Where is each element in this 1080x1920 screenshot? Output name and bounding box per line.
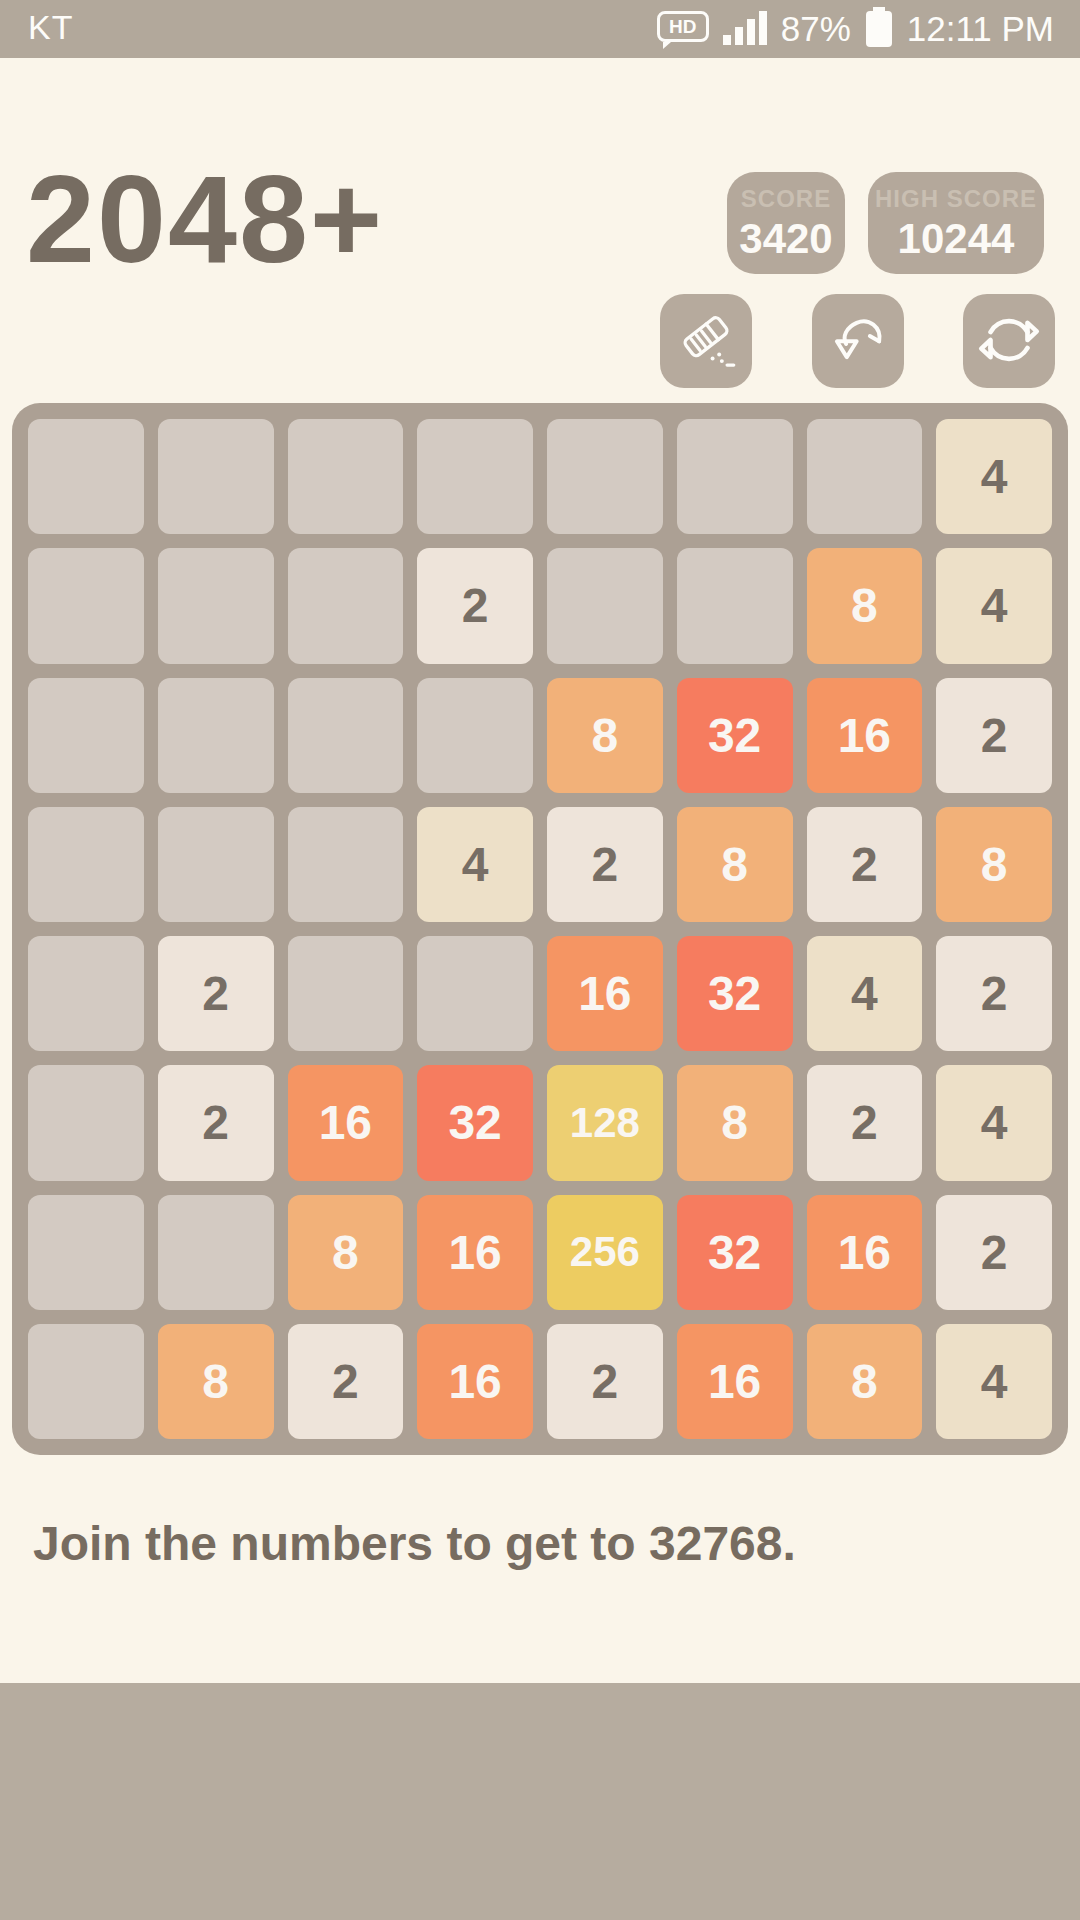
- tile-256: 256: [547, 1195, 663, 1310]
- cell-empty: [417, 419, 533, 534]
- tile-4: 4: [936, 1065, 1052, 1180]
- tile-16: 16: [288, 1065, 404, 1180]
- cell-empty: [288, 807, 404, 922]
- cell-empty: [158, 807, 274, 922]
- cell-empty: [417, 936, 533, 1051]
- cell-empty: [158, 419, 274, 534]
- tile-128: 128: [547, 1065, 663, 1180]
- restart-button[interactable]: [963, 294, 1055, 388]
- tile-2: 2: [936, 936, 1052, 1051]
- cell-empty: [417, 678, 533, 793]
- cell-empty: [158, 678, 274, 793]
- tile-2: 2: [807, 807, 923, 922]
- restart-icon: [976, 307, 1042, 376]
- tile-8: 8: [677, 1065, 793, 1180]
- high-score-value: 10244: [898, 215, 1015, 263]
- cell-empty: [677, 548, 793, 663]
- tile-16: 16: [677, 1324, 793, 1439]
- cell-empty: [288, 678, 404, 793]
- tile-32: 32: [677, 936, 793, 1051]
- tile-4: 4: [807, 936, 923, 1051]
- tile-2: 2: [936, 678, 1052, 793]
- cell-empty: [28, 678, 144, 793]
- tile-4: 4: [936, 419, 1052, 534]
- cell-empty: [28, 419, 144, 534]
- tile-32: 32: [677, 1195, 793, 1310]
- hd-call-icon: HD: [657, 11, 709, 47]
- tile-2: 2: [158, 1065, 274, 1180]
- cell-empty: [288, 548, 404, 663]
- tile-32: 32: [677, 678, 793, 793]
- tile-8: 8: [807, 548, 923, 663]
- status-icons: HD 87% 12:11 PM: [657, 0, 1054, 58]
- tile-32: 32: [417, 1065, 533, 1180]
- score-label: SCORE: [741, 185, 831, 213]
- tile-16: 16: [547, 936, 663, 1051]
- clock-label: 12:11 PM: [907, 9, 1054, 49]
- cell-empty: [677, 419, 793, 534]
- score-box: SCORE 3420: [727, 172, 845, 274]
- signal-strength-icon: [723, 9, 767, 49]
- tile-4: 4: [936, 548, 1052, 663]
- cell-empty: [288, 936, 404, 1051]
- cell-empty: [28, 1195, 144, 1310]
- tile-4: 4: [417, 807, 533, 922]
- undo-icon: [825, 307, 891, 376]
- cell-empty: [28, 807, 144, 922]
- footer-bar: [0, 1683, 1080, 1920]
- tile-4: 4: [936, 1324, 1052, 1439]
- cell-empty: [28, 1324, 144, 1439]
- tile-2: 2: [936, 1195, 1052, 1310]
- eraser-icon: [673, 307, 739, 376]
- page-title: 2048+: [26, 148, 384, 290]
- eraser-button[interactable]: [660, 294, 752, 388]
- instruction-text: Join the numbers to get to 32768.: [33, 1516, 1053, 1571]
- carrier-label: KT: [28, 8, 73, 47]
- tile-8: 8: [807, 1324, 923, 1439]
- cell-empty: [547, 419, 663, 534]
- board-grid[interactable]: 4284832162428282163242216321288248162563…: [12, 403, 1068, 1455]
- tile-16: 16: [807, 678, 923, 793]
- tile-8: 8: [677, 807, 793, 922]
- cell-empty: [807, 419, 923, 534]
- high-score-box: HIGH SCORE 10244: [868, 172, 1044, 274]
- battery-icon: [865, 7, 893, 51]
- tile-8: 8: [547, 678, 663, 793]
- tile-16: 16: [807, 1195, 923, 1310]
- tile-2: 2: [547, 1324, 663, 1439]
- cell-empty: [288, 419, 404, 534]
- cell-empty: [547, 548, 663, 663]
- cell-empty: [28, 548, 144, 663]
- score-value: 3420: [739, 215, 832, 263]
- cell-empty: [28, 936, 144, 1051]
- tile-8: 8: [936, 807, 1052, 922]
- tile-8: 8: [288, 1195, 404, 1310]
- tile-16: 16: [417, 1195, 533, 1310]
- status-bar: KT HD 87% 12:11 PM: [0, 0, 1080, 58]
- tile-2: 2: [417, 548, 533, 663]
- tile-2: 2: [807, 1065, 923, 1180]
- cell-empty: [158, 1195, 274, 1310]
- high-score-label: HIGH SCORE: [875, 185, 1037, 213]
- tile-2: 2: [288, 1324, 404, 1439]
- tile-8: 8: [158, 1324, 274, 1439]
- cell-empty: [158, 548, 274, 663]
- cell-empty: [28, 1065, 144, 1180]
- tile-2: 2: [547, 807, 663, 922]
- tile-16: 16: [417, 1324, 533, 1439]
- battery-percent-label: 87%: [781, 9, 851, 49]
- app-screen: KT HD 87% 12:11 PM: [0, 0, 1080, 1920]
- undo-button[interactable]: [812, 294, 904, 388]
- tile-2: 2: [158, 936, 274, 1051]
